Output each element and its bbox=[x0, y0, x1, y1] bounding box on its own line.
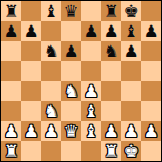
square-g1[interactable]: ♚ bbox=[121, 141, 141, 161]
square-g2[interactable]: ♟ bbox=[121, 121, 141, 141]
square-f3[interactable] bbox=[101, 101, 121, 121]
square-e7[interactable]: ♟ bbox=[81, 21, 101, 41]
square-d6[interactable]: ♟ bbox=[61, 41, 81, 61]
square-a7[interactable]: ♟ bbox=[1, 21, 21, 41]
square-a2[interactable]: ♟ bbox=[1, 121, 21, 141]
white-knight[interactable]: ♞ bbox=[43, 102, 58, 119]
white-queen[interactable]: ♛ bbox=[63, 122, 78, 139]
square-d8[interactable]: ♛ bbox=[61, 1, 81, 21]
white-pawn[interactable]: ♟ bbox=[3, 122, 18, 139]
chess-board: ♜♝♛♜♚♟♟♟♟♝♟♞♟♞♟♞♟♞♝♟♟♟♛♝♟♟♟♜♜♚ bbox=[0, 0, 162, 162]
square-c6[interactable]: ♞ bbox=[41, 41, 61, 61]
square-c8[interactable]: ♝ bbox=[41, 1, 61, 21]
square-e1[interactable] bbox=[81, 141, 101, 161]
square-g6[interactable]: ♟ bbox=[121, 41, 141, 61]
square-e4[interactable]: ♟ bbox=[81, 81, 101, 101]
white-bishop[interactable]: ♝ bbox=[83, 122, 98, 139]
square-c2[interactable]: ♟ bbox=[41, 121, 61, 141]
square-b4[interactable] bbox=[21, 81, 41, 101]
square-c7[interactable] bbox=[41, 21, 61, 41]
square-h6[interactable] bbox=[141, 41, 161, 61]
square-h2[interactable]: ♟ bbox=[141, 121, 161, 141]
square-b2[interactable]: ♟ bbox=[21, 121, 41, 141]
white-pawn[interactable]: ♟ bbox=[83, 82, 98, 99]
black-knight[interactable]: ♞ bbox=[103, 42, 118, 59]
white-pawn[interactable]: ♟ bbox=[23, 122, 38, 139]
square-b7[interactable]: ♟ bbox=[21, 21, 41, 41]
black-pawn[interactable]: ♟ bbox=[123, 42, 138, 59]
black-rook[interactable]: ♜ bbox=[3, 2, 18, 19]
square-c5[interactable] bbox=[41, 61, 61, 81]
square-a4[interactable] bbox=[1, 81, 21, 101]
square-c3[interactable]: ♞ bbox=[41, 101, 61, 121]
square-d1[interactable] bbox=[61, 141, 81, 161]
white-pawn[interactable]: ♟ bbox=[143, 122, 158, 139]
square-h5[interactable] bbox=[141, 61, 161, 81]
square-g8[interactable]: ♚ bbox=[121, 1, 141, 21]
white-bishop[interactable]: ♝ bbox=[83, 102, 98, 119]
square-b5[interactable] bbox=[21, 61, 41, 81]
square-d2[interactable]: ♛ bbox=[61, 121, 81, 141]
white-knight[interactable]: ♞ bbox=[63, 82, 78, 99]
square-b6[interactable] bbox=[21, 41, 41, 61]
square-f6[interactable]: ♞ bbox=[101, 41, 121, 61]
white-king[interactable]: ♚ bbox=[123, 142, 138, 159]
square-h8[interactable] bbox=[141, 1, 161, 21]
black-pawn[interactable]: ♟ bbox=[143, 22, 158, 39]
square-b1[interactable] bbox=[21, 141, 41, 161]
square-e3[interactable]: ♝ bbox=[81, 101, 101, 121]
white-pawn[interactable]: ♟ bbox=[123, 122, 138, 139]
square-c4[interactable] bbox=[41, 81, 61, 101]
square-g7[interactable]: ♝ bbox=[121, 21, 141, 41]
square-f1[interactable]: ♜ bbox=[101, 141, 121, 161]
square-d5[interactable] bbox=[61, 61, 81, 81]
square-f5[interactable] bbox=[101, 61, 121, 81]
square-f8[interactable]: ♜ bbox=[101, 1, 121, 21]
square-e5[interactable] bbox=[81, 61, 101, 81]
black-king[interactable]: ♚ bbox=[123, 2, 138, 19]
square-e6[interactable] bbox=[81, 41, 101, 61]
black-pawn[interactable]: ♟ bbox=[3, 22, 18, 39]
square-e8[interactable] bbox=[81, 1, 101, 21]
black-pawn[interactable]: ♟ bbox=[63, 42, 78, 59]
square-a8[interactable]: ♜ bbox=[1, 1, 21, 21]
black-rook[interactable]: ♜ bbox=[103, 2, 118, 19]
square-a1[interactable]: ♜ bbox=[1, 141, 21, 161]
black-pawn[interactable]: ♟ bbox=[103, 22, 118, 39]
square-f4[interactable] bbox=[101, 81, 121, 101]
white-rook[interactable]: ♜ bbox=[103, 142, 118, 159]
square-c1[interactable] bbox=[41, 141, 61, 161]
square-g5[interactable] bbox=[121, 61, 141, 81]
square-f2[interactable]: ♟ bbox=[101, 121, 121, 141]
white-rook[interactable]: ♜ bbox=[3, 142, 18, 159]
square-d4[interactable]: ♞ bbox=[61, 81, 81, 101]
square-a6[interactable] bbox=[1, 41, 21, 61]
black-bishop[interactable]: ♝ bbox=[43, 2, 58, 19]
square-d7[interactable] bbox=[61, 21, 81, 41]
square-b3[interactable] bbox=[21, 101, 41, 121]
black-pawn[interactable]: ♟ bbox=[23, 22, 38, 39]
square-h7[interactable]: ♟ bbox=[141, 21, 161, 41]
white-pawn[interactable]: ♟ bbox=[43, 122, 58, 139]
square-a5[interactable] bbox=[1, 61, 21, 81]
square-b8[interactable] bbox=[21, 1, 41, 21]
square-e2[interactable]: ♝ bbox=[81, 121, 101, 141]
black-knight[interactable]: ♞ bbox=[43, 42, 58, 59]
square-h4[interactable] bbox=[141, 81, 161, 101]
square-h1[interactable] bbox=[141, 141, 161, 161]
black-pawn[interactable]: ♟ bbox=[83, 22, 98, 39]
black-bishop[interactable]: ♝ bbox=[123, 22, 138, 39]
black-queen[interactable]: ♛ bbox=[63, 2, 78, 19]
white-pawn[interactable]: ♟ bbox=[103, 122, 118, 139]
square-a3[interactable] bbox=[1, 101, 21, 121]
square-d3[interactable] bbox=[61, 101, 81, 121]
square-f7[interactable]: ♟ bbox=[101, 21, 121, 41]
square-g4[interactable] bbox=[121, 81, 141, 101]
square-h3[interactable] bbox=[141, 101, 161, 121]
square-g3[interactable] bbox=[121, 101, 141, 121]
